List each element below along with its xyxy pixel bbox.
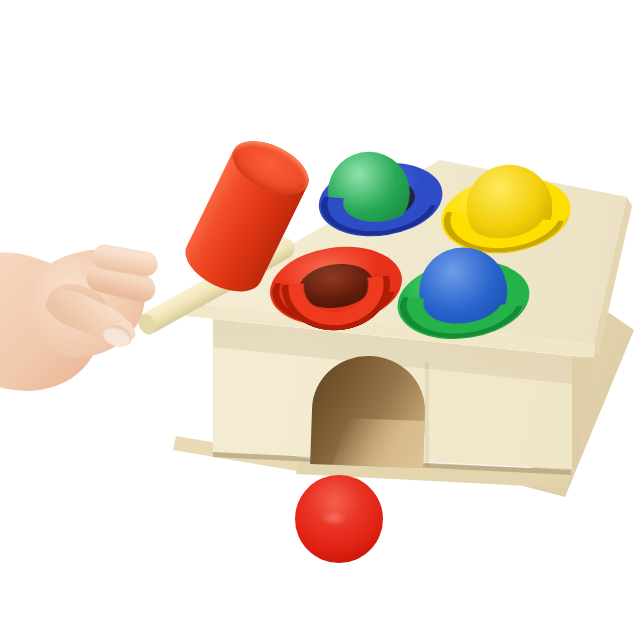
toy-product-photo xyxy=(0,0,640,640)
baby-hand xyxy=(0,0,640,640)
